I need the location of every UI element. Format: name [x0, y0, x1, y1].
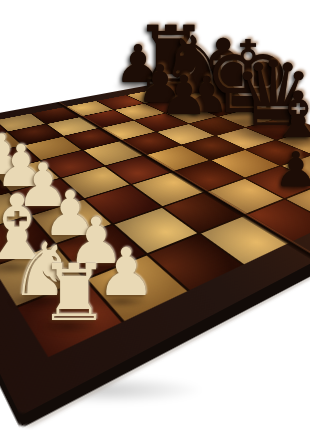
chess-set-photo: ♟♜♞♟♝♟♟♚♛♝♟♟♟♟♟♝♟♞♟♜ [0, 0, 310, 430]
white-rook-glyph: ♜ [39, 254, 109, 332]
pieces-layer: ♟♜♞♟♝♟♟♚♛♝♟♟♟♟♟♝♟♞♟♜ [0, 0, 310, 430]
black-pawn-glyph: ♟ [274, 145, 310, 193]
black-bishop-glyph: ♝ [269, 83, 310, 147]
black-pawn-glyph: ♟ [160, 69, 208, 123]
